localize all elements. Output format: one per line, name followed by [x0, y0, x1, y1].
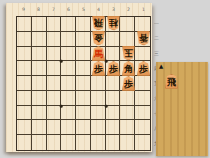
board-square-2-6[interactable]	[120, 91, 135, 106]
board-square-8-7[interactable]	[32, 106, 47, 121]
board-square-6-1[interactable]	[61, 17, 76, 32]
piece-kanji: 桂	[109, 19, 118, 28]
board-square-5-8[interactable]	[76, 120, 91, 135]
board-square-2-7[interactable]	[120, 106, 135, 121]
board-square-7-9[interactable]	[47, 135, 62, 150]
board-square-5-2[interactable]	[76, 32, 91, 47]
board-square-3-2[interactable]	[106, 32, 121, 47]
board-square-4-6[interactable]	[91, 91, 106, 106]
board-square-7-6[interactable]	[47, 91, 62, 106]
board-square-8-3[interactable]	[32, 47, 47, 62]
piece-kanji: 馬	[94, 50, 103, 59]
board-square-9-6[interactable]	[17, 91, 32, 106]
board-square-9-1[interactable]	[17, 17, 32, 32]
piece-kanji: 金	[94, 34, 103, 43]
board-square-6-9[interactable]	[61, 135, 76, 150]
hoshi-dot	[105, 60, 108, 63]
board-square-3-9[interactable]	[106, 135, 121, 150]
piece-kanji: 歩	[124, 80, 133, 89]
board-square-8-4[interactable]	[32, 61, 47, 76]
file-label-9: 9	[22, 8, 25, 13]
board-square-5-3[interactable]	[76, 47, 91, 62]
file-label-8: 8	[37, 8, 40, 13]
file-label-7: 7	[52, 8, 55, 13]
board-square-1-8[interactable]	[135, 120, 150, 135]
board-square-5-5[interactable]	[76, 76, 91, 91]
piece-kanji: 飛	[167, 77, 176, 86]
sente-marker-icon: ▲	[159, 64, 163, 70]
board-square-5-1[interactable]	[76, 17, 91, 32]
board-square-8-6[interactable]	[32, 91, 47, 106]
board-square-9-3[interactable]	[17, 47, 32, 62]
file-label-4: 4	[97, 8, 100, 13]
board-square-1-7[interactable]	[135, 106, 150, 121]
piece-kanji: 角	[124, 65, 133, 74]
board-square-1-9[interactable]	[135, 135, 150, 150]
board-square-8-9[interactable]	[32, 135, 47, 150]
board-square-6-5[interactable]	[61, 76, 76, 91]
board-square-9-5[interactable]	[17, 76, 32, 91]
board-square-5-4[interactable]	[76, 61, 91, 76]
board-square-3-5[interactable]	[106, 76, 121, 91]
rank-label-2: 二	[154, 36, 159, 41]
board-square-2-2[interactable]	[120, 32, 135, 47]
piece-kanji: 飛	[94, 19, 103, 28]
board-square-2-9[interactable]	[120, 135, 135, 150]
piece-kanji: 歩	[139, 65, 148, 74]
board-square-9-7[interactable]	[17, 106, 32, 121]
board-square-5-7[interactable]	[76, 106, 91, 121]
hoshi-dot	[105, 105, 108, 108]
board-square-6-8[interactable]	[61, 120, 76, 135]
board-square-9-9[interactable]	[17, 135, 32, 150]
board-square-3-8[interactable]	[106, 120, 121, 135]
shogi-diagram: { "game": "shogi", "diagram_type": "tsum…	[0, 0, 210, 158]
board-square-2-8[interactable]	[120, 120, 135, 135]
file-label-6: 6	[67, 8, 70, 13]
rank-label-1: 一	[154, 21, 159, 26]
hoshi-dot	[60, 60, 63, 63]
board-square-3-6[interactable]	[106, 91, 121, 106]
board-square-5-9[interactable]	[76, 135, 91, 150]
board-square-1-6[interactable]	[135, 91, 150, 106]
piece-kanji: 歩	[94, 65, 103, 74]
board-square-4-8[interactable]	[91, 120, 106, 135]
board-square-1-1[interactable]	[135, 17, 150, 32]
board-square-6-2[interactable]	[61, 32, 76, 47]
piece-kanji: 歩	[109, 65, 118, 74]
board-square-6-3[interactable]	[61, 47, 76, 62]
board-square-9-8[interactable]	[17, 120, 32, 135]
file-label-5: 5	[82, 8, 85, 13]
board-square-7-4[interactable]	[47, 61, 62, 76]
hoshi-dot	[60, 105, 63, 108]
file-label-1: 1	[142, 8, 145, 13]
board-square-7-8[interactable]	[47, 120, 62, 135]
board-square-7-1[interactable]	[47, 17, 62, 32]
board-square-7-5[interactable]	[47, 76, 62, 91]
piece-kanji: 香	[139, 34, 148, 43]
board-square-8-1[interactable]	[32, 17, 47, 32]
file-label-2: 2	[127, 8, 130, 13]
board-square-4-9[interactable]	[91, 135, 106, 150]
board-square-3-3[interactable]	[106, 47, 121, 62]
board-square-7-7[interactable]	[47, 106, 62, 121]
komadai-piece-stand: ▲ 飛	[156, 62, 208, 156]
board-square-8-5[interactable]	[32, 76, 47, 91]
board-square-8-8[interactable]	[32, 120, 47, 135]
board-square-8-2[interactable]	[32, 32, 47, 47]
board-square-2-1[interactable]	[120, 17, 135, 32]
board-square-4-5[interactable]	[91, 76, 106, 91]
board-square-6-7[interactable]	[61, 106, 76, 121]
board-square-1-3[interactable]	[135, 47, 150, 62]
shogi-board: 987654321 一二三四五六七八九 飛桂金香馬玉歩歩角歩歩	[6, 3, 152, 152]
board-square-1-5[interactable]	[135, 76, 150, 91]
board-square-3-7[interactable]	[106, 106, 121, 121]
piece-kanji: 玉	[124, 49, 133, 58]
board-square-7-2[interactable]	[47, 32, 62, 47]
board-square-4-7[interactable]	[91, 106, 106, 121]
board-square-6-4[interactable]	[61, 61, 76, 76]
rank-label-3: 三	[154, 51, 159, 56]
piece-飛-in-hand[interactable]: 飛	[165, 74, 178, 89]
board-square-9-2[interactable]	[17, 32, 32, 47]
file-label-3: 3	[112, 8, 115, 13]
board-square-5-6[interactable]	[76, 91, 91, 106]
board-square-6-6[interactable]	[61, 91, 76, 106]
board-square-9-4[interactable]	[17, 61, 32, 76]
